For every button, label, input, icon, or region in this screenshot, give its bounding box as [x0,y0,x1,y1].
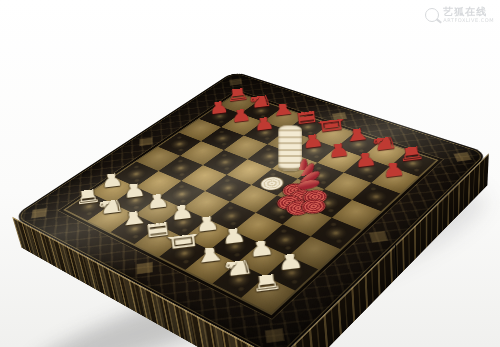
board-top-face: ♜♞♝♛♚♝♞♜♟♟♟♟♟♟♟♟♟♟♟♟♟♟♟♟♜♞♝♛♚♝♞♜ [12,71,489,347]
gilt-medallion-icon [370,231,387,242]
gilt-medallion-icon [266,329,284,342]
watermark: 艺狐在线 ARTFOXLIVE.COM [425,7,494,23]
watermark-subtext: ARTFOXLIVE.COM [443,18,494,23]
gilt-medallion-icon [138,263,152,274]
gilt-medallion-icon [140,138,152,146]
games-board: ♜♞♝♛♚♝♞♜♟♟♟♟♟♟♟♟♟♟♟♟♟♟♟♟♜♞♝♛♚♝♞♜ [12,71,489,347]
photo-stage: ♜♞♝♛♚♝♞♜♟♟♟♟♟♟♟♟♟♟♟♟♟♟♟♟♜♞♝♛♚♝♞♜ 艺狐在线 AR… [0,0,500,347]
piece-white-rook-h1: ♜ [247,273,290,316]
magnifier-icon [425,8,439,22]
perspective-scene: ♜♞♝♛♚♝♞♜♟♟♟♟♟♟♟♟♟♟♟♟♟♟♟♟♜♞♝♛♚♝♞♜ [0,0,500,347]
gilt-medallion-icon [454,152,470,161]
piece-cell [352,183,400,211]
photo-scene: ♜♞♝♛♚♝♞♜♟♟♟♟♟♟♟♟♟♟♟♟♟♟♟♟♜♞♝♛♚♝♞♜ [0,0,500,347]
watermark-text: 艺狐在线 [443,7,494,17]
gilt-medallion-icon [32,208,46,218]
